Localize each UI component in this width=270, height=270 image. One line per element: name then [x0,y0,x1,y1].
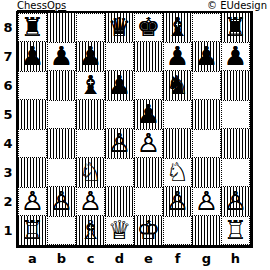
square-f8[interactable]: ♝ [163,13,192,42]
file-label-h: h [221,251,250,266]
square-b5[interactable] [47,100,76,129]
square-f4[interactable] [163,129,192,158]
square-a2[interactable]: ♙ [18,187,47,216]
piece-black-pawn[interactable]: ♟ [108,71,131,100]
square-g7[interactable]: ♟ [192,42,221,71]
file-label-d: d [105,251,134,266]
square-c2[interactable]: ♙ [76,187,105,216]
square-d3[interactable] [105,158,134,187]
square-b1[interactable] [47,216,76,245]
square-a6[interactable] [18,71,47,100]
piece-white-queen[interactable]: ♕ [108,216,131,245]
file-label-g: g [192,251,221,266]
square-b6[interactable] [47,71,76,100]
piece-white-pawn[interactable]: ♙ [166,187,189,216]
square-g1[interactable] [192,216,221,245]
square-h2[interactable]: ♙ [221,187,250,216]
square-f2[interactable]: ♙ [163,187,192,216]
square-b8[interactable] [47,13,76,42]
square-f7[interactable]: ♟ [163,42,192,71]
square-h1[interactable]: ♖ [221,216,250,245]
square-a1[interactable]: ♖ [18,216,47,245]
file-label-c: c [76,251,105,266]
rank-label-3: 3 [0,158,16,187]
piece-black-pawn[interactable]: ♟ [166,42,189,71]
square-c8[interactable] [76,13,105,42]
square-h3[interactable] [221,158,250,187]
file-label-b: b [47,251,76,266]
square-c6[interactable]: ♝ [76,71,105,100]
square-g3[interactable] [192,158,221,187]
square-b3[interactable] [47,158,76,187]
rank-label-8: 8 [0,13,16,42]
square-b7[interactable]: ♟ [47,42,76,71]
square-b4[interactable] [47,129,76,158]
piece-black-pawn[interactable]: ♟ [137,100,160,129]
piece-black-bishop[interactable]: ♝ [166,13,189,42]
piece-white-pawn[interactable]: ♙ [195,187,218,216]
rank-label-1: 1 [0,216,16,245]
chess-board: ♜♛♚♝♜♟♟♟♟♟♟♝♟♞♟♙♙♘♘♙♙♙♙♙♙♖♗♕♔♖ [16,11,253,248]
square-h7[interactable]: ♟ [221,42,250,71]
piece-black-pawn[interactable]: ♟ [195,42,218,71]
piece-black-pawn[interactable]: ♟ [224,42,247,71]
file-label-a: a [18,251,47,266]
square-g2[interactable]: ♙ [192,187,221,216]
copyright-text: © EUdesign [207,0,267,11]
piece-white-knight[interactable]: ♘ [79,158,102,187]
square-f3[interactable]: ♘ [163,158,192,187]
square-c7[interactable]: ♟ [76,42,105,71]
square-d2[interactable] [105,187,134,216]
square-e8[interactable]: ♚ [134,13,163,42]
piece-white-pawn[interactable]: ♙ [108,129,131,158]
rank-label-7: 7 [0,42,16,71]
rank-label-6: 6 [0,71,16,100]
piece-white-bishop[interactable]: ♗ [79,216,102,245]
square-g5[interactable] [192,100,221,129]
square-c3[interactable]: ♘ [76,158,105,187]
square-c4[interactable] [76,129,105,158]
square-e5[interactable]: ♟ [134,100,163,129]
piece-white-rook[interactable]: ♖ [21,216,44,245]
square-d7[interactable] [105,42,134,71]
square-h8[interactable]: ♜ [221,13,250,42]
square-d1[interactable]: ♕ [105,216,134,245]
square-a8[interactable]: ♜ [18,13,47,42]
piece-white-rook[interactable]: ♖ [224,216,247,245]
square-e2[interactable] [134,187,163,216]
square-a4[interactable] [18,129,47,158]
piece-black-pawn[interactable]: ♟ [50,42,73,71]
piece-black-rook[interactable]: ♜ [21,13,44,42]
piece-black-queen[interactable]: ♛ [108,13,131,42]
square-d8[interactable]: ♛ [105,13,134,42]
square-d4[interactable]: ♙ [105,129,134,158]
piece-black-knight[interactable]: ♞ [166,71,189,100]
square-d6[interactable]: ♟ [105,71,134,100]
square-b2[interactable]: ♙ [47,187,76,216]
rank-labels: 87654321 [0,13,16,245]
rank-label-4: 4 [0,129,16,158]
square-h4[interactable] [221,129,250,158]
piece-black-king[interactable]: ♚ [137,13,160,42]
square-c5[interactable] [76,100,105,129]
piece-black-rook[interactable]: ♜ [224,13,247,42]
square-g4[interactable] [192,129,221,158]
square-e1[interactable]: ♔ [134,216,163,245]
square-g8[interactable] [192,13,221,42]
piece-white-knight[interactable]: ♘ [166,158,189,187]
square-h6[interactable] [221,71,250,100]
file-labels: abcdefgh [18,251,250,266]
piece-white-pawn[interactable]: ♙ [137,129,160,158]
app-title-link[interactable]: ChessOps [17,0,66,11]
piece-white-pawn[interactable]: ♙ [21,187,44,216]
piece-white-pawn[interactable]: ♙ [224,187,247,216]
square-g6[interactable] [192,71,221,100]
piece-black-bishop[interactable]: ♝ [79,71,102,100]
square-a3[interactable] [18,158,47,187]
square-e3[interactable] [134,158,163,187]
square-e7[interactable] [134,42,163,71]
piece-white-king[interactable]: ♔ [137,216,160,245]
square-f5[interactable] [163,100,192,129]
square-h5[interactable] [221,100,250,129]
square-f1[interactable] [163,216,192,245]
square-f6[interactable]: ♞ [163,71,192,100]
file-label-f: f [163,251,192,266]
square-c1[interactable]: ♗ [76,216,105,245]
piece-black-pawn[interactable]: ♟ [21,42,44,71]
rank-label-5: 5 [0,100,16,129]
square-e4[interactable]: ♙ [134,129,163,158]
header: ChessOps © EUdesign [0,0,268,11]
piece-white-pawn[interactable]: ♙ [79,187,102,216]
piece-white-pawn[interactable]: ♙ [50,187,73,216]
rank-label-2: 2 [0,187,16,216]
piece-black-pawn[interactable]: ♟ [79,42,102,71]
square-d5[interactable] [105,100,134,129]
file-label-e: e [134,251,163,266]
square-a7[interactable]: ♟ [18,42,47,71]
square-e6[interactable] [134,71,163,100]
square-a5[interactable] [18,100,47,129]
